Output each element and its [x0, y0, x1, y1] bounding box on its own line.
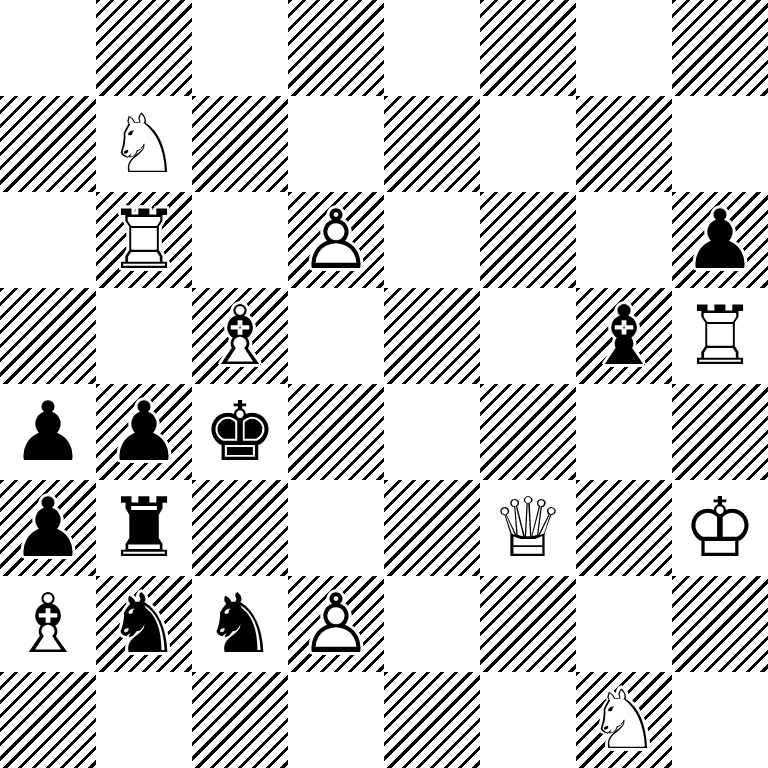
square-g6[interactable]: [576, 192, 672, 288]
piece-glyph: ♟: [96, 384, 192, 480]
square-f3[interactable]: ♛♕: [480, 480, 576, 576]
square-h6[interactable]: ♟♟: [672, 192, 768, 288]
square-g3[interactable]: [576, 480, 672, 576]
white-pawn[interactable]: ♟♙: [288, 576, 384, 672]
square-c2[interactable]: ♞♞: [192, 576, 288, 672]
square-f7[interactable]: [480, 96, 576, 192]
piece-glyph: ♘: [576, 672, 672, 768]
square-a1[interactable]: [0, 672, 96, 768]
piece-glyph: ♟: [0, 480, 96, 576]
square-d5[interactable]: [288, 288, 384, 384]
square-b1[interactable]: [96, 672, 192, 768]
square-e4[interactable]: [384, 384, 480, 480]
square-f1[interactable]: [480, 672, 576, 768]
white-knight[interactable]: ♞♘: [576, 672, 672, 768]
piece-glyph: ♖: [672, 288, 768, 384]
square-f8[interactable]: [480, 0, 576, 96]
piece-glyph: ♚: [192, 384, 288, 480]
square-a7[interactable]: [0, 96, 96, 192]
square-d2[interactable]: ♟♙: [288, 576, 384, 672]
square-c6[interactable]: [192, 192, 288, 288]
square-e8[interactable]: [384, 0, 480, 96]
black-knight[interactable]: ♞♞: [96, 576, 192, 672]
piece-glyph: ♙: [288, 192, 384, 288]
black-pawn[interactable]: ♟♟: [96, 384, 192, 480]
square-a3[interactable]: ♟♟: [0, 480, 96, 576]
square-d1[interactable]: [288, 672, 384, 768]
white-king[interactable]: ♚♔: [672, 480, 768, 576]
piece-glyph: ♔: [672, 480, 768, 576]
square-b4[interactable]: ♟♟: [96, 384, 192, 480]
white-knight[interactable]: ♞♘: [96, 96, 192, 192]
square-e6[interactable]: [384, 192, 480, 288]
square-e3[interactable]: [384, 480, 480, 576]
square-e2[interactable]: [384, 576, 480, 672]
piece-glyph: ♗: [0, 576, 96, 672]
square-g5[interactable]: ♝♝: [576, 288, 672, 384]
piece-glyph: ♘: [96, 96, 192, 192]
square-h1[interactable]: [672, 672, 768, 768]
white-queen[interactable]: ♛♕: [480, 480, 576, 576]
square-a4[interactable]: ♟♟: [0, 384, 96, 480]
square-h2[interactable]: [672, 576, 768, 672]
square-b7[interactable]: ♞♘: [96, 96, 192, 192]
white-pawn[interactable]: ♟♙: [288, 192, 384, 288]
square-b2[interactable]: ♞♞: [96, 576, 192, 672]
square-d8[interactable]: [288, 0, 384, 96]
square-e1[interactable]: [384, 672, 480, 768]
chess-board: ♞♘♜♖♟♙♟♟♝♗♝♝♜♖♟♟♟♟♚♚♟♟♜♜♛♕♚♔♝♗♞♞♞♞♟♙♞♘: [0, 0, 768, 768]
piece-glyph: ♖: [96, 192, 192, 288]
square-f2[interactable]: [480, 576, 576, 672]
square-c7[interactable]: [192, 96, 288, 192]
square-c1[interactable]: [192, 672, 288, 768]
square-f4[interactable]: [480, 384, 576, 480]
white-bishop[interactable]: ♝♗: [0, 576, 96, 672]
square-b8[interactable]: [96, 0, 192, 96]
square-b5[interactable]: [96, 288, 192, 384]
piece-glyph: ♝: [576, 288, 672, 384]
square-b6[interactable]: ♜♖: [96, 192, 192, 288]
square-c3[interactable]: [192, 480, 288, 576]
piece-glyph: ♕: [480, 480, 576, 576]
white-bishop[interactable]: ♝♗: [192, 288, 288, 384]
square-b3[interactable]: ♜♜: [96, 480, 192, 576]
piece-glyph: ♞: [192, 576, 288, 672]
square-h7[interactable]: [672, 96, 768, 192]
square-g4[interactable]: [576, 384, 672, 480]
square-e5[interactable]: [384, 288, 480, 384]
piece-glyph: ♙: [288, 576, 384, 672]
square-h8[interactable]: [672, 0, 768, 96]
black-rook[interactable]: ♜♜: [96, 480, 192, 576]
black-bishop[interactable]: ♝♝: [576, 288, 672, 384]
black-pawn[interactable]: ♟♟: [672, 192, 768, 288]
square-a6[interactable]: [0, 192, 96, 288]
black-pawn[interactable]: ♟♟: [0, 384, 96, 480]
square-d3[interactable]: [288, 480, 384, 576]
piece-glyph: ♞: [96, 576, 192, 672]
square-a8[interactable]: [0, 0, 96, 96]
square-d7[interactable]: [288, 96, 384, 192]
square-h5[interactable]: ♜♖: [672, 288, 768, 384]
square-g8[interactable]: [576, 0, 672, 96]
square-a2[interactable]: ♝♗: [0, 576, 96, 672]
square-h3[interactable]: ♚♔: [672, 480, 768, 576]
square-a5[interactable]: [0, 288, 96, 384]
white-rook[interactable]: ♜♖: [96, 192, 192, 288]
black-king[interactable]: ♚♚: [192, 384, 288, 480]
black-knight[interactable]: ♞♞: [192, 576, 288, 672]
piece-glyph: ♟: [672, 192, 768, 288]
square-d4[interactable]: [288, 384, 384, 480]
piece-glyph: ♗: [192, 288, 288, 384]
square-f5[interactable]: [480, 288, 576, 384]
square-g7[interactable]: [576, 96, 672, 192]
square-c8[interactable]: [192, 0, 288, 96]
square-h4[interactable]: [672, 384, 768, 480]
piece-glyph: ♜: [96, 480, 192, 576]
square-d6[interactable]: ♟♙: [288, 192, 384, 288]
square-e7[interactable]: [384, 96, 480, 192]
piece-glyph: ♟: [0, 384, 96, 480]
square-f6[interactable]: [480, 192, 576, 288]
black-pawn[interactable]: ♟♟: [0, 480, 96, 576]
square-c5[interactable]: ♝♗: [192, 288, 288, 384]
square-g1[interactable]: ♞♘: [576, 672, 672, 768]
white-rook[interactable]: ♜♖: [672, 288, 768, 384]
square-g2[interactable]: [576, 576, 672, 672]
square-c4[interactable]: ♚♚: [192, 384, 288, 480]
